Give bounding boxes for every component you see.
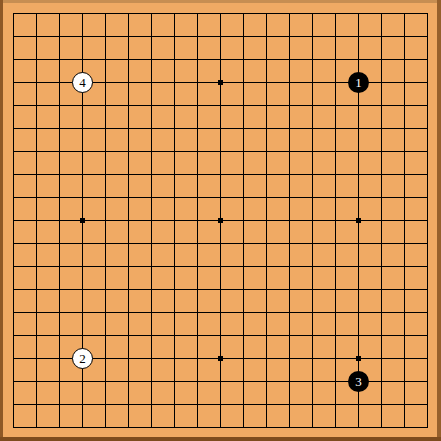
intersection-F19[interactable] bbox=[117, 2, 140, 25]
intersection-F18[interactable] bbox=[117, 25, 140, 48]
intersection-A5[interactable] bbox=[2, 324, 25, 347]
intersection-T6[interactable] bbox=[416, 301, 439, 324]
intersection-F2[interactable] bbox=[117, 393, 140, 416]
intersection-T2[interactable] bbox=[416, 393, 439, 416]
intersection-G9[interactable] bbox=[140, 232, 163, 255]
intersection-N4[interactable] bbox=[278, 347, 301, 370]
intersection-D7[interactable] bbox=[71, 278, 94, 301]
intersection-H5[interactable] bbox=[163, 324, 186, 347]
intersection-Q14[interactable] bbox=[347, 117, 370, 140]
intersection-O11[interactable] bbox=[301, 186, 324, 209]
intersection-A7[interactable] bbox=[2, 278, 25, 301]
intersection-D6[interactable] bbox=[71, 301, 94, 324]
intersection-O17[interactable] bbox=[301, 48, 324, 71]
intersection-M7[interactable] bbox=[255, 278, 278, 301]
intersection-F6[interactable] bbox=[117, 301, 140, 324]
intersection-H11[interactable] bbox=[163, 186, 186, 209]
intersection-K3[interactable] bbox=[209, 370, 232, 393]
intersection-A4[interactable] bbox=[2, 347, 25, 370]
intersection-C4[interactable] bbox=[48, 347, 71, 370]
intersection-M17[interactable] bbox=[255, 48, 278, 71]
intersection-F14[interactable] bbox=[117, 117, 140, 140]
intersection-G17[interactable] bbox=[140, 48, 163, 71]
intersection-E1[interactable] bbox=[94, 416, 117, 439]
intersection-O1[interactable] bbox=[301, 416, 324, 439]
intersection-L18[interactable] bbox=[232, 25, 255, 48]
intersection-E4[interactable] bbox=[94, 347, 117, 370]
intersection-O18[interactable] bbox=[301, 25, 324, 48]
intersection-L17[interactable] bbox=[232, 48, 255, 71]
intersection-E13[interactable] bbox=[94, 140, 117, 163]
intersection-E15[interactable] bbox=[94, 94, 117, 117]
intersection-S13[interactable] bbox=[393, 140, 416, 163]
intersection-R9[interactable] bbox=[370, 232, 393, 255]
intersection-H10[interactable] bbox=[163, 209, 186, 232]
intersection-M3[interactable] bbox=[255, 370, 278, 393]
intersection-E3[interactable] bbox=[94, 370, 117, 393]
intersection-D11[interactable] bbox=[71, 186, 94, 209]
intersection-M1[interactable] bbox=[255, 416, 278, 439]
intersection-T3[interactable] bbox=[416, 370, 439, 393]
intersection-T12[interactable] bbox=[416, 163, 439, 186]
intersection-D17[interactable] bbox=[71, 48, 94, 71]
intersection-N5[interactable] bbox=[278, 324, 301, 347]
intersection-A18[interactable] bbox=[2, 25, 25, 48]
intersection-M13[interactable] bbox=[255, 140, 278, 163]
intersection-P17[interactable] bbox=[324, 48, 347, 71]
intersection-C3[interactable] bbox=[48, 370, 71, 393]
intersection-S17[interactable] bbox=[393, 48, 416, 71]
intersection-N15[interactable] bbox=[278, 94, 301, 117]
intersection-L12[interactable] bbox=[232, 163, 255, 186]
intersection-T15[interactable] bbox=[416, 94, 439, 117]
intersection-F3[interactable] bbox=[117, 370, 140, 393]
intersection-R12[interactable] bbox=[370, 163, 393, 186]
intersection-K10[interactable] bbox=[209, 209, 232, 232]
intersection-T7[interactable] bbox=[416, 278, 439, 301]
intersection-E14[interactable] bbox=[94, 117, 117, 140]
intersection-O7[interactable] bbox=[301, 278, 324, 301]
intersection-D4[interactable]: 2 bbox=[71, 347, 94, 370]
intersection-A8[interactable] bbox=[2, 255, 25, 278]
intersection-P13[interactable] bbox=[324, 140, 347, 163]
intersection-G8[interactable] bbox=[140, 255, 163, 278]
intersection-C12[interactable] bbox=[48, 163, 71, 186]
intersection-K12[interactable] bbox=[209, 163, 232, 186]
intersection-J9[interactable] bbox=[186, 232, 209, 255]
intersection-K5[interactable] bbox=[209, 324, 232, 347]
intersection-Q8[interactable] bbox=[347, 255, 370, 278]
intersection-O15[interactable] bbox=[301, 94, 324, 117]
intersection-E17[interactable] bbox=[94, 48, 117, 71]
intersection-F15[interactable] bbox=[117, 94, 140, 117]
intersection-S9[interactable] bbox=[393, 232, 416, 255]
intersection-B19[interactable] bbox=[25, 2, 48, 25]
intersection-J16[interactable] bbox=[186, 71, 209, 94]
intersection-Q2[interactable] bbox=[347, 393, 370, 416]
intersection-Q3[interactable]: 3 bbox=[347, 370, 370, 393]
intersection-C5[interactable] bbox=[48, 324, 71, 347]
intersection-C11[interactable] bbox=[48, 186, 71, 209]
intersection-P16[interactable] bbox=[324, 71, 347, 94]
intersection-L19[interactable] bbox=[232, 2, 255, 25]
intersection-D1[interactable] bbox=[71, 416, 94, 439]
intersection-E16[interactable] bbox=[94, 71, 117, 94]
intersection-K11[interactable] bbox=[209, 186, 232, 209]
intersection-G2[interactable] bbox=[140, 393, 163, 416]
intersection-N9[interactable] bbox=[278, 232, 301, 255]
intersection-C17[interactable] bbox=[48, 48, 71, 71]
intersection-Q17[interactable] bbox=[347, 48, 370, 71]
intersection-F8[interactable] bbox=[117, 255, 140, 278]
intersection-L7[interactable] bbox=[232, 278, 255, 301]
intersection-E9[interactable] bbox=[94, 232, 117, 255]
intersection-H15[interactable] bbox=[163, 94, 186, 117]
intersection-F13[interactable] bbox=[117, 140, 140, 163]
intersection-N12[interactable] bbox=[278, 163, 301, 186]
intersection-E19[interactable] bbox=[94, 2, 117, 25]
intersection-M19[interactable] bbox=[255, 2, 278, 25]
intersection-A16[interactable] bbox=[2, 71, 25, 94]
intersection-L5[interactable] bbox=[232, 324, 255, 347]
intersection-Q11[interactable] bbox=[347, 186, 370, 209]
intersection-E11[interactable] bbox=[94, 186, 117, 209]
intersection-K14[interactable] bbox=[209, 117, 232, 140]
intersection-P10[interactable] bbox=[324, 209, 347, 232]
intersection-P5[interactable] bbox=[324, 324, 347, 347]
intersection-P4[interactable] bbox=[324, 347, 347, 370]
intersection-Q7[interactable] bbox=[347, 278, 370, 301]
intersection-A10[interactable] bbox=[2, 209, 25, 232]
intersection-C15[interactable] bbox=[48, 94, 71, 117]
intersection-B7[interactable] bbox=[25, 278, 48, 301]
intersection-P1[interactable] bbox=[324, 416, 347, 439]
intersection-R10[interactable] bbox=[370, 209, 393, 232]
intersection-E12[interactable] bbox=[94, 163, 117, 186]
intersection-M10[interactable] bbox=[255, 209, 278, 232]
intersection-B3[interactable] bbox=[25, 370, 48, 393]
intersection-A19[interactable] bbox=[2, 2, 25, 25]
intersection-B5[interactable] bbox=[25, 324, 48, 347]
intersection-N1[interactable] bbox=[278, 416, 301, 439]
intersection-H19[interactable] bbox=[163, 2, 186, 25]
intersection-E10[interactable] bbox=[94, 209, 117, 232]
intersection-L1[interactable] bbox=[232, 416, 255, 439]
intersection-G1[interactable] bbox=[140, 416, 163, 439]
intersection-P6[interactable] bbox=[324, 301, 347, 324]
intersection-J2[interactable] bbox=[186, 393, 209, 416]
intersection-B2[interactable] bbox=[25, 393, 48, 416]
intersection-M4[interactable] bbox=[255, 347, 278, 370]
intersection-K19[interactable] bbox=[209, 2, 232, 25]
intersection-H18[interactable] bbox=[163, 25, 186, 48]
intersection-O6[interactable] bbox=[301, 301, 324, 324]
intersection-K9[interactable] bbox=[209, 232, 232, 255]
intersection-C6[interactable] bbox=[48, 301, 71, 324]
intersection-L9[interactable] bbox=[232, 232, 255, 255]
intersection-H7[interactable] bbox=[163, 278, 186, 301]
intersection-C19[interactable] bbox=[48, 2, 71, 25]
intersection-F12[interactable] bbox=[117, 163, 140, 186]
intersection-P14[interactable] bbox=[324, 117, 347, 140]
intersection-N10[interactable] bbox=[278, 209, 301, 232]
intersection-F1[interactable] bbox=[117, 416, 140, 439]
intersection-J4[interactable] bbox=[186, 347, 209, 370]
intersection-R16[interactable] bbox=[370, 71, 393, 94]
intersection-K16[interactable] bbox=[209, 71, 232, 94]
intersection-P11[interactable] bbox=[324, 186, 347, 209]
intersection-M9[interactable] bbox=[255, 232, 278, 255]
intersection-D12[interactable] bbox=[71, 163, 94, 186]
intersection-R18[interactable] bbox=[370, 25, 393, 48]
intersection-B4[interactable] bbox=[25, 347, 48, 370]
intersection-K1[interactable] bbox=[209, 416, 232, 439]
intersection-L10[interactable] bbox=[232, 209, 255, 232]
intersection-E18[interactable] bbox=[94, 25, 117, 48]
intersection-S1[interactable] bbox=[393, 416, 416, 439]
intersection-G6[interactable] bbox=[140, 301, 163, 324]
intersection-O13[interactable] bbox=[301, 140, 324, 163]
intersection-O19[interactable] bbox=[301, 2, 324, 25]
intersection-A13[interactable] bbox=[2, 140, 25, 163]
intersection-H2[interactable] bbox=[163, 393, 186, 416]
intersection-M18[interactable] bbox=[255, 25, 278, 48]
intersection-L11[interactable] bbox=[232, 186, 255, 209]
intersection-F5[interactable] bbox=[117, 324, 140, 347]
intersection-H13[interactable] bbox=[163, 140, 186, 163]
intersection-O14[interactable] bbox=[301, 117, 324, 140]
intersection-N17[interactable] bbox=[278, 48, 301, 71]
intersection-B10[interactable] bbox=[25, 209, 48, 232]
intersection-R13[interactable] bbox=[370, 140, 393, 163]
intersection-J17[interactable] bbox=[186, 48, 209, 71]
intersection-H14[interactable] bbox=[163, 117, 186, 140]
intersection-Q10[interactable] bbox=[347, 209, 370, 232]
intersection-E8[interactable] bbox=[94, 255, 117, 278]
intersection-D9[interactable] bbox=[71, 232, 94, 255]
intersection-F17[interactable] bbox=[117, 48, 140, 71]
intersection-Q15[interactable] bbox=[347, 94, 370, 117]
intersection-Q18[interactable] bbox=[347, 25, 370, 48]
intersection-N2[interactable] bbox=[278, 393, 301, 416]
intersection-F10[interactable] bbox=[117, 209, 140, 232]
intersection-S12[interactable] bbox=[393, 163, 416, 186]
intersection-Q4[interactable] bbox=[347, 347, 370, 370]
intersection-B1[interactable] bbox=[25, 416, 48, 439]
intersection-P19[interactable] bbox=[324, 2, 347, 25]
intersection-K8[interactable] bbox=[209, 255, 232, 278]
intersection-A15[interactable] bbox=[2, 94, 25, 117]
intersection-K4[interactable] bbox=[209, 347, 232, 370]
intersection-T10[interactable] bbox=[416, 209, 439, 232]
intersection-H6[interactable] bbox=[163, 301, 186, 324]
intersection-G11[interactable] bbox=[140, 186, 163, 209]
intersection-A9[interactable] bbox=[2, 232, 25, 255]
intersection-K15[interactable] bbox=[209, 94, 232, 117]
intersection-G4[interactable] bbox=[140, 347, 163, 370]
intersection-L4[interactable] bbox=[232, 347, 255, 370]
intersection-L16[interactable] bbox=[232, 71, 255, 94]
intersection-J13[interactable] bbox=[186, 140, 209, 163]
intersection-M8[interactable] bbox=[255, 255, 278, 278]
intersection-F7[interactable] bbox=[117, 278, 140, 301]
intersection-F4[interactable] bbox=[117, 347, 140, 370]
intersection-D3[interactable] bbox=[71, 370, 94, 393]
intersection-B15[interactable] bbox=[25, 94, 48, 117]
intersection-D10[interactable] bbox=[71, 209, 94, 232]
intersection-G16[interactable] bbox=[140, 71, 163, 94]
intersection-F11[interactable] bbox=[117, 186, 140, 209]
intersection-C1[interactable] bbox=[48, 416, 71, 439]
intersection-F16[interactable] bbox=[117, 71, 140, 94]
intersection-G19[interactable] bbox=[140, 2, 163, 25]
intersection-D18[interactable] bbox=[71, 25, 94, 48]
intersection-B12[interactable] bbox=[25, 163, 48, 186]
intersection-S5[interactable] bbox=[393, 324, 416, 347]
intersection-K6[interactable] bbox=[209, 301, 232, 324]
intersection-B11[interactable] bbox=[25, 186, 48, 209]
intersection-J18[interactable] bbox=[186, 25, 209, 48]
intersection-S3[interactable] bbox=[393, 370, 416, 393]
intersection-C16[interactable] bbox=[48, 71, 71, 94]
intersection-P18[interactable] bbox=[324, 25, 347, 48]
intersection-G5[interactable] bbox=[140, 324, 163, 347]
intersection-C2[interactable] bbox=[48, 393, 71, 416]
intersection-A1[interactable] bbox=[2, 416, 25, 439]
intersection-R5[interactable] bbox=[370, 324, 393, 347]
intersection-R19[interactable] bbox=[370, 2, 393, 25]
intersection-T18[interactable] bbox=[416, 25, 439, 48]
intersection-D5[interactable] bbox=[71, 324, 94, 347]
intersection-R17[interactable] bbox=[370, 48, 393, 71]
intersection-T5[interactable] bbox=[416, 324, 439, 347]
intersection-B9[interactable] bbox=[25, 232, 48, 255]
intersection-K17[interactable] bbox=[209, 48, 232, 71]
intersection-B17[interactable] bbox=[25, 48, 48, 71]
intersection-S11[interactable] bbox=[393, 186, 416, 209]
intersection-N3[interactable] bbox=[278, 370, 301, 393]
intersection-T16[interactable] bbox=[416, 71, 439, 94]
intersection-O16[interactable] bbox=[301, 71, 324, 94]
intersection-O3[interactable] bbox=[301, 370, 324, 393]
intersection-M11[interactable] bbox=[255, 186, 278, 209]
intersection-E5[interactable] bbox=[94, 324, 117, 347]
intersection-B14[interactable] bbox=[25, 117, 48, 140]
intersection-N19[interactable] bbox=[278, 2, 301, 25]
intersection-R6[interactable] bbox=[370, 301, 393, 324]
intersection-R11[interactable] bbox=[370, 186, 393, 209]
intersection-A11[interactable] bbox=[2, 186, 25, 209]
intersection-S2[interactable] bbox=[393, 393, 416, 416]
intersection-M12[interactable] bbox=[255, 163, 278, 186]
intersection-L13[interactable] bbox=[232, 140, 255, 163]
intersection-G12[interactable] bbox=[140, 163, 163, 186]
intersection-G18[interactable] bbox=[140, 25, 163, 48]
intersection-Q9[interactable] bbox=[347, 232, 370, 255]
intersection-O2[interactable] bbox=[301, 393, 324, 416]
intersection-S8[interactable] bbox=[393, 255, 416, 278]
intersection-Q1[interactable] bbox=[347, 416, 370, 439]
intersection-H3[interactable] bbox=[163, 370, 186, 393]
intersection-J15[interactable] bbox=[186, 94, 209, 117]
intersection-P2[interactable] bbox=[324, 393, 347, 416]
intersection-T8[interactable] bbox=[416, 255, 439, 278]
intersection-K2[interactable] bbox=[209, 393, 232, 416]
intersection-Q12[interactable] bbox=[347, 163, 370, 186]
intersection-J12[interactable] bbox=[186, 163, 209, 186]
intersection-P3[interactable] bbox=[324, 370, 347, 393]
intersection-O4[interactable] bbox=[301, 347, 324, 370]
intersection-M2[interactable] bbox=[255, 393, 278, 416]
intersection-P12[interactable] bbox=[324, 163, 347, 186]
intersection-A2[interactable] bbox=[2, 393, 25, 416]
intersection-L3[interactable] bbox=[232, 370, 255, 393]
intersection-T4[interactable] bbox=[416, 347, 439, 370]
intersection-N18[interactable] bbox=[278, 25, 301, 48]
intersection-R15[interactable] bbox=[370, 94, 393, 117]
intersection-Q13[interactable] bbox=[347, 140, 370, 163]
intersection-S14[interactable] bbox=[393, 117, 416, 140]
intersection-N16[interactable] bbox=[278, 71, 301, 94]
intersection-A6[interactable] bbox=[2, 301, 25, 324]
intersection-A14[interactable] bbox=[2, 117, 25, 140]
intersection-D14[interactable] bbox=[71, 117, 94, 140]
intersection-K13[interactable] bbox=[209, 140, 232, 163]
intersection-C13[interactable] bbox=[48, 140, 71, 163]
intersection-R8[interactable] bbox=[370, 255, 393, 278]
intersection-S16[interactable] bbox=[393, 71, 416, 94]
intersection-C14[interactable] bbox=[48, 117, 71, 140]
intersection-N8[interactable] bbox=[278, 255, 301, 278]
intersection-H8[interactable] bbox=[163, 255, 186, 278]
intersection-B16[interactable] bbox=[25, 71, 48, 94]
intersection-L6[interactable] bbox=[232, 301, 255, 324]
intersection-C9[interactable] bbox=[48, 232, 71, 255]
intersection-D13[interactable] bbox=[71, 140, 94, 163]
intersection-K18[interactable] bbox=[209, 25, 232, 48]
intersection-J3[interactable] bbox=[186, 370, 209, 393]
intersection-Q19[interactable] bbox=[347, 2, 370, 25]
intersection-G3[interactable] bbox=[140, 370, 163, 393]
intersection-J11[interactable] bbox=[186, 186, 209, 209]
intersection-D8[interactable] bbox=[71, 255, 94, 278]
intersection-D15[interactable] bbox=[71, 94, 94, 117]
intersection-T9[interactable] bbox=[416, 232, 439, 255]
intersection-B13[interactable] bbox=[25, 140, 48, 163]
intersection-Q5[interactable] bbox=[347, 324, 370, 347]
intersection-B18[interactable] bbox=[25, 25, 48, 48]
intersection-E6[interactable] bbox=[94, 301, 117, 324]
intersection-T14[interactable] bbox=[416, 117, 439, 140]
intersection-P7[interactable] bbox=[324, 278, 347, 301]
intersection-J10[interactable] bbox=[186, 209, 209, 232]
intersection-T11[interactable] bbox=[416, 186, 439, 209]
intersection-C7[interactable] bbox=[48, 278, 71, 301]
intersection-E7[interactable] bbox=[94, 278, 117, 301]
intersection-B6[interactable] bbox=[25, 301, 48, 324]
intersection-O9[interactable] bbox=[301, 232, 324, 255]
intersection-T13[interactable] bbox=[416, 140, 439, 163]
intersection-C18[interactable] bbox=[48, 25, 71, 48]
intersection-H17[interactable] bbox=[163, 48, 186, 71]
intersection-H9[interactable] bbox=[163, 232, 186, 255]
intersection-M15[interactable] bbox=[255, 94, 278, 117]
intersection-S15[interactable] bbox=[393, 94, 416, 117]
intersection-S6[interactable] bbox=[393, 301, 416, 324]
intersection-S10[interactable] bbox=[393, 209, 416, 232]
intersection-L2[interactable] bbox=[232, 393, 255, 416]
intersection-A3[interactable] bbox=[2, 370, 25, 393]
